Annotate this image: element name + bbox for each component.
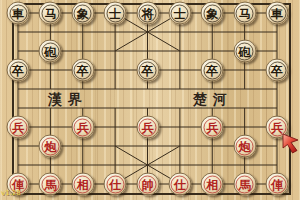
piece-red-soldier[interactable]: 兵 — [71, 116, 94, 139]
river-label-right: 楚河 — [193, 91, 233, 108]
piece-red-advisor[interactable]: 仕 — [104, 173, 127, 196]
piece-red-chariot[interactable]: 俥 — [266, 173, 289, 196]
piece-black-elephant[interactable]: 象 — [201, 2, 224, 25]
piece-red-cannon[interactable]: 炮 — [233, 135, 256, 158]
piece-black-general[interactable]: 将 — [136, 2, 159, 25]
version-watermark: v1.28 — [1, 189, 21, 198]
piece-black-soldier[interactable]: 卒 — [136, 59, 159, 82]
piece-black-cannon[interactable]: 砲 — [233, 40, 256, 63]
red-arrow-cursor — [281, 131, 300, 154]
piece-black-horse[interactable]: 马 — [233, 2, 256, 25]
piece-red-soldier[interactable]: 兵 — [201, 116, 224, 139]
piece-red-horse[interactable]: 馬 — [39, 173, 62, 196]
xiangqi-board-screen: 漢界 楚河 車马象士将士象马車砲砲卒卒卒卒卒兵兵兵兵兵炮炮俥馬相仕帥仕相馬俥 v… — [0, 0, 300, 200]
piece-black-chariot[interactable]: 車 — [7, 2, 30, 25]
piece-black-advisor[interactable]: 士 — [168, 2, 191, 25]
piece-red-general[interactable]: 帥 — [136, 173, 159, 196]
piece-black-advisor[interactable]: 士 — [104, 2, 127, 25]
piece-black-soldier[interactable]: 卒 — [201, 59, 224, 82]
piece-black-cannon[interactable]: 砲 — [39, 40, 62, 63]
board-grid — [0, 0, 300, 200]
piece-black-soldier[interactable]: 卒 — [266, 59, 289, 82]
piece-red-elephant[interactable]: 相 — [71, 173, 94, 196]
piece-black-soldier[interactable]: 卒 — [7, 59, 30, 82]
piece-red-horse[interactable]: 馬 — [233, 173, 256, 196]
piece-black-horse[interactable]: 马 — [39, 2, 62, 25]
piece-black-chariot[interactable]: 車 — [266, 2, 289, 25]
piece-red-advisor[interactable]: 仕 — [168, 173, 191, 196]
piece-red-elephant[interactable]: 相 — [201, 173, 224, 196]
piece-black-soldier[interactable]: 卒 — [71, 59, 94, 82]
piece-red-soldier[interactable]: 兵 — [136, 116, 159, 139]
piece-black-elephant[interactable]: 象 — [71, 2, 94, 25]
piece-red-cannon[interactable]: 炮 — [39, 135, 62, 158]
piece-red-soldier[interactable]: 兵 — [7, 116, 30, 139]
river-label-left: 漢界 — [48, 91, 88, 108]
